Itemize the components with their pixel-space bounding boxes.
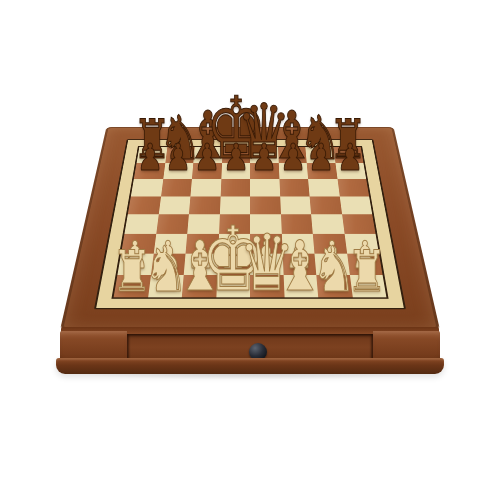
board-square — [342, 214, 376, 233]
board-square — [117, 254, 153, 275]
board-square — [280, 196, 311, 214]
board-square — [163, 163, 193, 179]
board-square — [217, 254, 250, 275]
board-square — [339, 196, 372, 214]
board-square — [219, 196, 250, 214]
board-square — [250, 275, 284, 298]
board-square — [311, 214, 344, 233]
board-top — [60, 127, 440, 330]
board-square — [220, 179, 250, 196]
board-square — [153, 233, 187, 253]
board-square — [308, 179, 339, 196]
board-square — [305, 147, 335, 163]
board-square — [125, 214, 159, 233]
board-square — [283, 275, 318, 298]
board-square — [161, 179, 192, 196]
board-square — [137, 147, 167, 163]
board-square — [216, 275, 250, 298]
board-square — [148, 275, 184, 298]
board-square — [337, 179, 369, 196]
board-square — [314, 254, 349, 275]
board-square — [307, 163, 337, 179]
board-square — [250, 179, 280, 196]
board-square — [278, 163, 308, 179]
board-square — [335, 163, 366, 179]
board-square — [250, 196, 281, 214]
board-square — [313, 233, 347, 253]
board-square — [218, 233, 250, 253]
board-square — [190, 179, 221, 196]
board-square — [156, 214, 189, 233]
board-square — [221, 163, 250, 179]
board-square — [281, 233, 314, 253]
board-square — [282, 254, 316, 275]
board-square — [193, 147, 222, 163]
board-square — [347, 254, 383, 275]
board-square — [310, 196, 342, 214]
board-square — [184, 254, 218, 275]
board-square — [114, 275, 151, 298]
board-square — [219, 214, 250, 233]
board-square — [222, 147, 250, 163]
board-square — [131, 179, 163, 196]
board-square — [189, 196, 220, 214]
board-square — [250, 254, 283, 275]
board-square — [128, 196, 161, 214]
squares-grid — [114, 147, 387, 297]
board-square — [182, 275, 217, 298]
board-square — [279, 179, 310, 196]
board-square — [349, 275, 386, 298]
board-square — [187, 214, 219, 233]
board-square — [278, 147, 307, 163]
board-square — [121, 233, 156, 253]
board-square — [250, 147, 278, 163]
board-square — [250, 233, 282, 253]
board-square — [344, 233, 379, 253]
product-photo-scene: ♜♞♝♚♛♝♞♜♟♟♟♟♟♟♟♟♟♟♟♟♟♟♟♟♜♞♝♚♛♝♞♜ — [0, 0, 500, 500]
board-square — [333, 147, 363, 163]
board-square — [134, 163, 165, 179]
board-square — [192, 163, 222, 179]
base-molding — [56, 358, 444, 374]
board-square — [250, 163, 279, 179]
board-square — [281, 214, 313, 233]
board-square — [186, 233, 219, 253]
board-square — [158, 196, 190, 214]
board-square — [151, 254, 186, 275]
board-square — [250, 214, 281, 233]
board-square — [316, 275, 352, 298]
board-square — [165, 147, 195, 163]
